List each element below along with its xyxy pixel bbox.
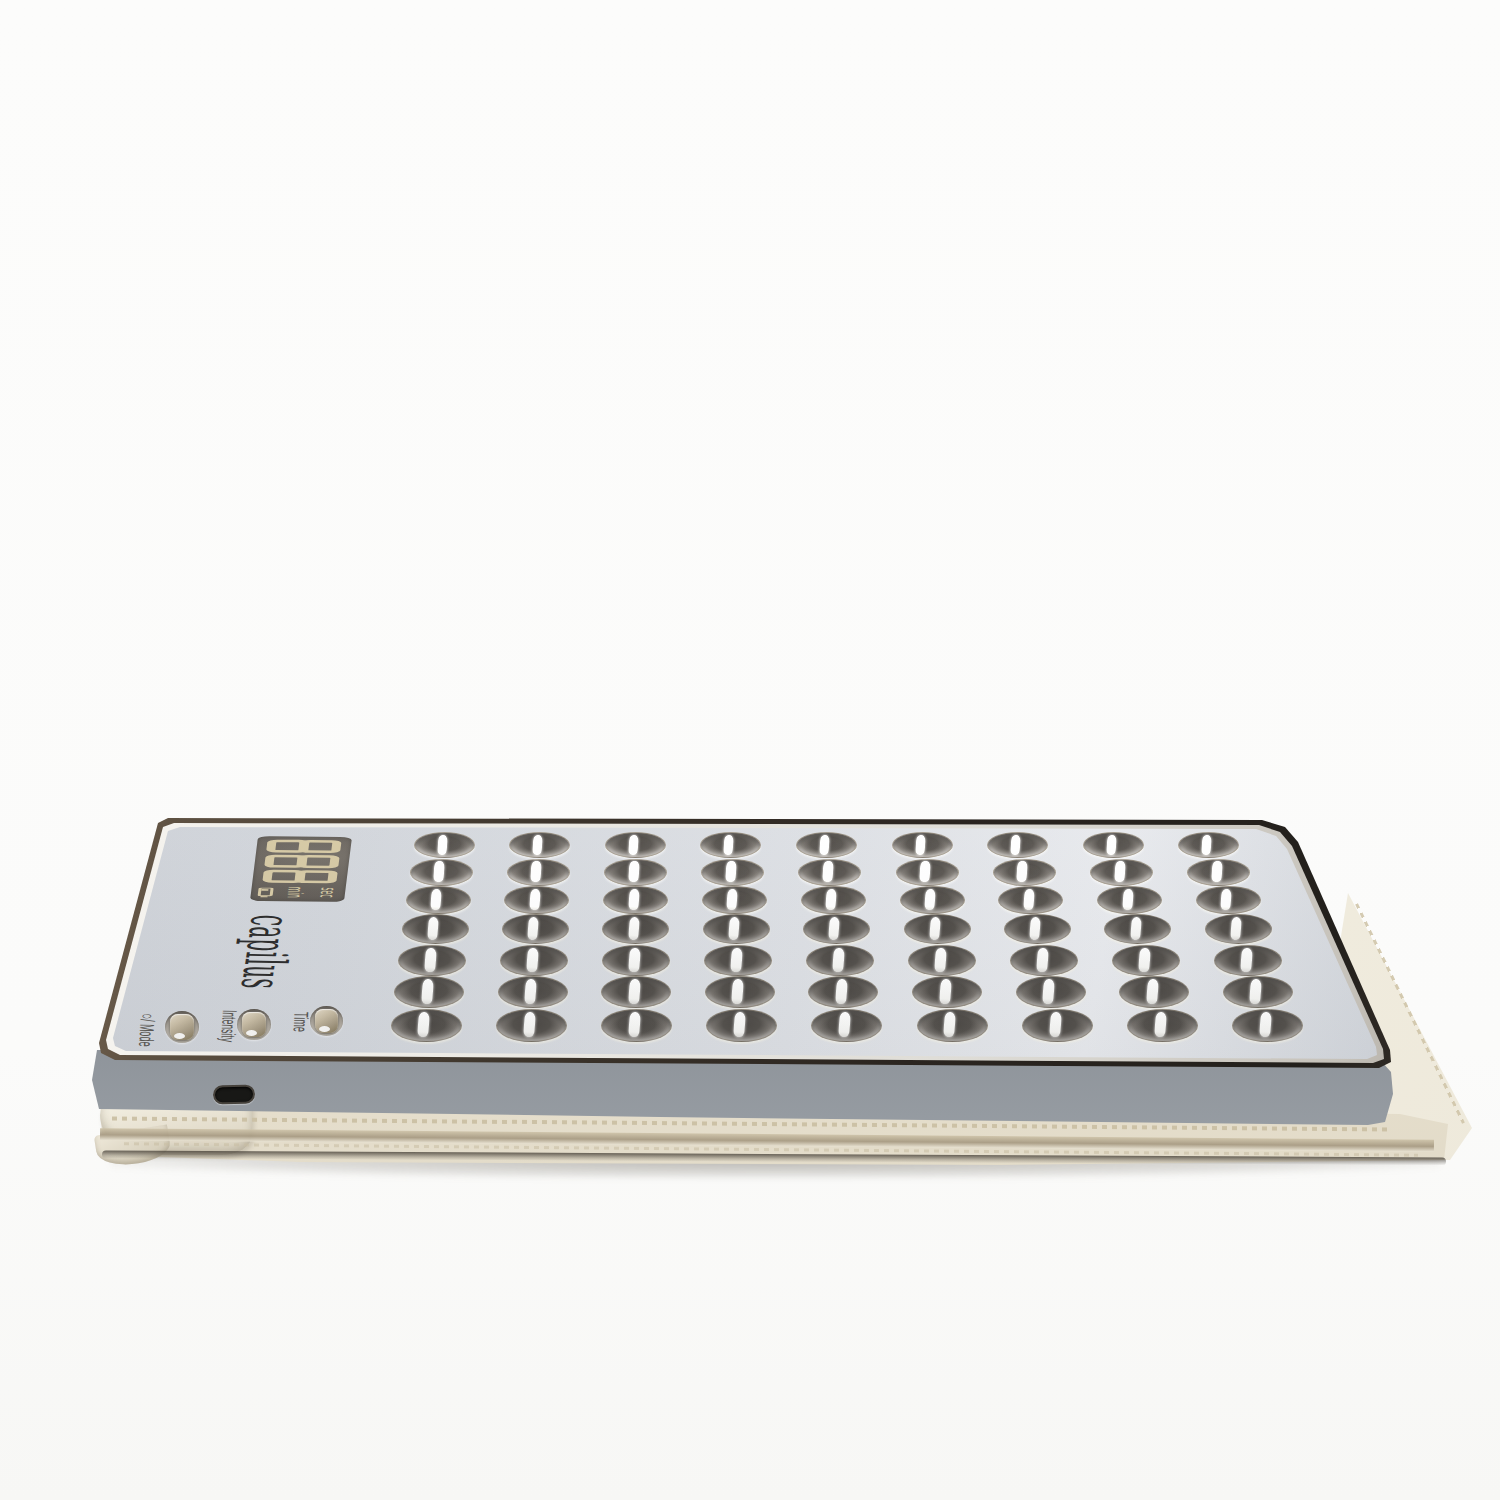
- laser-aperture: [414, 832, 475, 858]
- laser-aperture: [705, 976, 775, 1008]
- laser-aperture: [601, 1009, 672, 1042]
- display-digit-8: [264, 855, 340, 869]
- mode-button-label: ○/ Mode: [134, 1010, 160, 1050]
- display-units: sec min: [257, 885, 339, 900]
- laser-aperture: [703, 914, 770, 944]
- laser-aperture: [504, 886, 569, 914]
- laser-aperture: [1004, 914, 1071, 944]
- mode-button-key: [170, 1014, 194, 1040]
- laser-aperture: [406, 886, 471, 914]
- laser-aperture: [993, 859, 1056, 886]
- laser-aperture: [410, 859, 473, 886]
- device-frame-highlight: [0, 0, 1500, 1500]
- laser-aperture: [1127, 1009, 1198, 1042]
- laser-aperture: [801, 886, 866, 914]
- laser-aperture: [509, 832, 570, 858]
- laser-aperture: [1104, 914, 1171, 944]
- device-side: [0, 0, 1500, 1500]
- case-flap: [0, 0, 1500, 1500]
- laser-aperture: [796, 832, 857, 858]
- laser-aperture: [896, 859, 959, 886]
- laser-aperture: [391, 1009, 462, 1042]
- laser-aperture: [496, 1009, 567, 1042]
- laser-aperture: [398, 945, 466, 976]
- device-face: sec min capilus ○/ ModeIntensityTime: [0, 0, 1500, 1500]
- laser-aperture: [808, 976, 878, 1008]
- intensity-button-key: [242, 1012, 266, 1037]
- laser-aperture: [803, 914, 870, 944]
- power-icon: ○/: [136, 1013, 159, 1024]
- laser-aperture: [1010, 945, 1078, 976]
- laser-aperture: [892, 832, 953, 858]
- laser-aperture: [1214, 945, 1282, 976]
- timer-display: sec min: [250, 836, 352, 902]
- mode-button: [165, 1011, 199, 1043]
- laser-aperture: [1097, 886, 1162, 914]
- intensity-button: [237, 1009, 271, 1040]
- time-button-key: [315, 1009, 338, 1033]
- laser-aperture: [1187, 859, 1250, 886]
- laser-aperture: [1119, 976, 1189, 1008]
- display-digits: [262, 840, 341, 884]
- laser-aperture: [601, 976, 671, 1008]
- laser-aperture: [700, 832, 761, 858]
- laser-aperture: [394, 976, 464, 1008]
- laser-aperture: [798, 859, 861, 886]
- laser-aperture: [502, 914, 569, 944]
- laser-aperture: [1112, 945, 1180, 976]
- laser-aperture: [701, 859, 764, 886]
- laser-aperture: [500, 945, 568, 976]
- device-frame: [0, 0, 1500, 1500]
- product-photo: sec min capilus ○/ ModeIntensityTime: [0, 0, 1500, 1500]
- laser-aperture: [1205, 914, 1272, 944]
- time-button: [310, 1006, 343, 1036]
- laser-aperture: [603, 886, 668, 914]
- laser-aperture: [1090, 859, 1153, 886]
- laser-aperture: [1178, 832, 1239, 858]
- laser-aperture: [604, 859, 667, 886]
- laser-aperture: [912, 976, 982, 1008]
- laser-aperture: [507, 859, 570, 886]
- battery-icon: [258, 888, 274, 897]
- laser-aperture: [704, 945, 772, 976]
- laser-aperture: [1016, 976, 1086, 1008]
- laser-aperture: [1232, 1009, 1303, 1042]
- laser-aperture: [900, 886, 965, 914]
- laser-aperture: [917, 1009, 988, 1042]
- unit-label-min: min: [284, 887, 306, 898]
- laser-aperture: [402, 914, 469, 944]
- laser-aperture: [806, 945, 874, 976]
- laser-aperture: [1223, 976, 1293, 1008]
- laser-aperture: [1022, 1009, 1093, 1042]
- laser-aperture: [498, 976, 568, 1008]
- laser-aperture: [605, 832, 666, 858]
- folio-case: [0, 0, 1500, 1500]
- unit-label-sec: sec: [316, 887, 338, 897]
- laser-aperture: [706, 1009, 777, 1042]
- laser-aperture: [1083, 832, 1144, 858]
- laser-aperture: [908, 945, 976, 976]
- laser-aperture: [904, 914, 971, 944]
- laser-aperture: [1196, 886, 1261, 914]
- device-edge-seam: [0, 0, 1500, 1500]
- brand-logo: capilus: [224, 913, 309, 991]
- usb-c-port: [213, 1084, 255, 1104]
- laser-aperture: [811, 1009, 882, 1042]
- laser-aperture: [702, 886, 767, 914]
- laser-aperture: [998, 886, 1063, 914]
- display-digit-8: [262, 870, 338, 884]
- laser-aperture: [987, 832, 1048, 858]
- laser-aperture: [602, 914, 669, 944]
- display-digit-8: [266, 840, 342, 854]
- laser-aperture: [602, 945, 670, 976]
